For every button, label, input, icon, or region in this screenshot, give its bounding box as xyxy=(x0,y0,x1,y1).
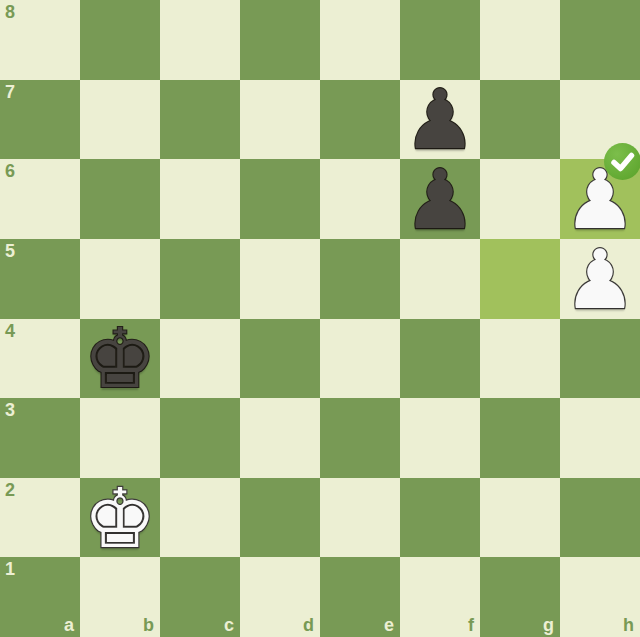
square-b3[interactable] xyxy=(80,398,160,478)
square-d6[interactable] xyxy=(240,159,320,239)
square-f5[interactable] xyxy=(400,239,480,319)
rank-label-2: 2 xyxy=(5,481,15,499)
square-c7[interactable] xyxy=(160,80,240,160)
black-king-b4[interactable]: ♚ xyxy=(80,320,160,400)
square-d5[interactable] xyxy=(240,239,320,319)
square-b5[interactable] xyxy=(80,239,160,319)
square-f3[interactable] xyxy=(400,398,480,478)
square-g7[interactable] xyxy=(480,80,560,160)
black-pawn-f6[interactable]: ♟ xyxy=(400,160,480,240)
square-b7[interactable] xyxy=(80,80,160,160)
square-b1[interactable]: b xyxy=(80,557,160,637)
rank-label-1: 1 xyxy=(5,560,15,578)
white-king-b2[interactable]: ♚ xyxy=(80,479,160,559)
square-h2[interactable] xyxy=(560,478,640,558)
square-h4[interactable] xyxy=(560,319,640,399)
file-label-g: g xyxy=(543,616,554,634)
square-e8[interactable] xyxy=(320,0,400,80)
square-d3[interactable] xyxy=(240,398,320,478)
square-b6[interactable] xyxy=(80,159,160,239)
square-b4[interactable]: ♚ xyxy=(80,319,160,399)
square-f2[interactable] xyxy=(400,478,480,558)
square-f4[interactable] xyxy=(400,319,480,399)
rank-label-5: 5 xyxy=(5,242,15,260)
square-c5[interactable] xyxy=(160,239,240,319)
square-a5[interactable]: 5 xyxy=(0,239,80,319)
square-a6[interactable]: 6 xyxy=(0,159,80,239)
file-label-b: b xyxy=(143,616,154,634)
square-a2[interactable]: 2 xyxy=(0,478,80,558)
rank-label-6: 6 xyxy=(5,162,15,180)
square-h8[interactable] xyxy=(560,0,640,80)
square-a7[interactable]: 7 xyxy=(0,80,80,160)
square-a1[interactable]: 1a xyxy=(0,557,80,637)
square-e2[interactable] xyxy=(320,478,400,558)
square-e3[interactable] xyxy=(320,398,400,478)
check-icon xyxy=(604,143,640,180)
square-c4[interactable] xyxy=(160,319,240,399)
square-g3[interactable] xyxy=(480,398,560,478)
chess-board: 87♟6♟♟5♟4♚32♚1abcdefgh xyxy=(0,0,640,637)
rank-label-3: 3 xyxy=(5,401,15,419)
square-e7[interactable] xyxy=(320,80,400,160)
square-h6[interactable]: ♟ xyxy=(560,159,640,239)
square-a4[interactable]: 4 xyxy=(0,319,80,399)
square-h5[interactable]: ♟ xyxy=(560,239,640,319)
square-e4[interactable] xyxy=(320,319,400,399)
square-c3[interactable] xyxy=(160,398,240,478)
square-d2[interactable] xyxy=(240,478,320,558)
file-label-f: f xyxy=(468,616,474,634)
rank-label-7: 7 xyxy=(5,83,15,101)
square-d4[interactable] xyxy=(240,319,320,399)
square-e6[interactable] xyxy=(320,159,400,239)
file-label-c: c xyxy=(224,616,234,634)
square-e1[interactable]: e xyxy=(320,557,400,637)
square-g1[interactable]: g xyxy=(480,557,560,637)
square-g2[interactable] xyxy=(480,478,560,558)
square-d8[interactable] xyxy=(240,0,320,80)
rank-label-8: 8 xyxy=(5,3,15,21)
square-h3[interactable] xyxy=(560,398,640,478)
square-f1[interactable]: f xyxy=(400,557,480,637)
square-g6[interactable] xyxy=(480,159,560,239)
square-c6[interactable] xyxy=(160,159,240,239)
file-label-e: e xyxy=(384,616,394,634)
square-f8[interactable] xyxy=(400,0,480,80)
square-d1[interactable]: d xyxy=(240,557,320,637)
square-a3[interactable]: 3 xyxy=(0,398,80,478)
square-c8[interactable] xyxy=(160,0,240,80)
white-pawn-h5[interactable]: ♟ xyxy=(560,240,640,320)
square-b8[interactable] xyxy=(80,0,160,80)
square-c2[interactable] xyxy=(160,478,240,558)
correct-move-badge xyxy=(604,143,640,180)
file-label-d: d xyxy=(303,616,314,634)
square-g4[interactable] xyxy=(480,319,560,399)
square-c1[interactable]: c xyxy=(160,557,240,637)
rank-label-4: 4 xyxy=(5,322,15,340)
square-b2[interactable]: ♚ xyxy=(80,478,160,558)
square-f6[interactable]: ♟ xyxy=(400,159,480,239)
square-a8[interactable]: 8 xyxy=(0,0,80,80)
file-label-h: h xyxy=(623,616,634,634)
square-e5[interactable] xyxy=(320,239,400,319)
square-d7[interactable] xyxy=(240,80,320,160)
black-pawn-f7[interactable]: ♟ xyxy=(400,81,480,161)
square-g5[interactable] xyxy=(480,239,560,319)
file-label-a: a xyxy=(64,616,74,634)
square-h1[interactable]: h xyxy=(560,557,640,637)
square-g8[interactable] xyxy=(480,0,560,80)
square-f7[interactable]: ♟ xyxy=(400,80,480,160)
